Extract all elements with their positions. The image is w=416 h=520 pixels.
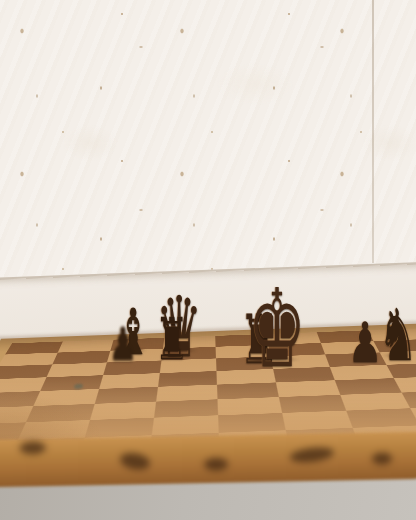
- wood-knot: [372, 452, 392, 464]
- wall-panel-seam: [372, 0, 374, 263]
- board-edge-slab: [0, 432, 416, 487]
- chess-photo-scene: ♟♝♜♛♜♚♟♞: [0, 0, 416, 520]
- wood-knot: [289, 445, 334, 464]
- wood-knot: [20, 441, 46, 454]
- white-osb-wall: [0, 0, 416, 290]
- wood-knot: [119, 451, 151, 472]
- square-h6: [380, 350, 416, 364]
- wood-knot: [204, 458, 228, 471]
